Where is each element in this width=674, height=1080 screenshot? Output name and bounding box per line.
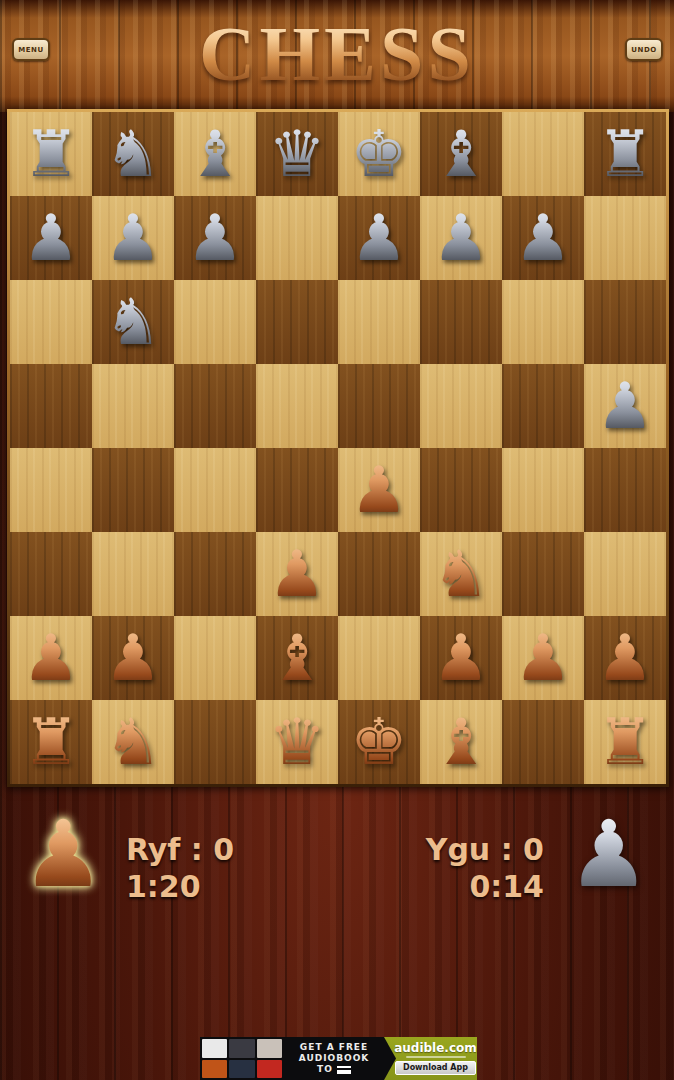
black-player-score: Ygu : 0 xyxy=(426,831,544,868)
square-a4[interactable] xyxy=(10,448,92,532)
square-d4[interactable] xyxy=(256,448,338,532)
white-king: ♚ xyxy=(350,700,407,784)
black-king: ♚ xyxy=(350,112,407,196)
square-f5[interactable] xyxy=(420,364,502,448)
square-g4[interactable] xyxy=(502,448,584,532)
book-cover-thumbnail xyxy=(202,1060,227,1079)
ad-line1: GET A FREE xyxy=(300,1042,368,1053)
square-g2[interactable]: ♟ xyxy=(502,616,584,700)
book-cover-thumbnail xyxy=(202,1039,227,1058)
square-b1[interactable]: ♞ xyxy=(92,700,174,784)
silver-pawn-icon: ♟ xyxy=(568,805,650,905)
chess-board: ♜♞♝♛♚♝♜♟♟♟♟♟♟♞♟♟♟♞♟♟♝♟♟♟♜♞♛♚♝♜ xyxy=(10,112,666,784)
ad-brand-panel: audible.com Download App xyxy=(384,1037,477,1080)
ad-banner[interactable]: GET A FREE AUDIOBOOK TO audible.com Down… xyxy=(200,1037,477,1080)
book-cover-thumbnail xyxy=(257,1039,282,1058)
square-b4[interactable] xyxy=(92,448,174,532)
square-e7[interactable]: ♟ xyxy=(338,196,420,280)
square-g7[interactable]: ♟ xyxy=(502,196,584,280)
white-pawn: ♟ xyxy=(350,448,407,532)
black-pawn: ♟ xyxy=(596,364,653,448)
square-f4[interactable] xyxy=(420,448,502,532)
ad-book-thumbnails xyxy=(200,1037,284,1080)
app-header: MENU CHESS UNDO xyxy=(0,0,674,112)
black-pawn: ♟ xyxy=(22,196,79,280)
download-app-button[interactable]: Download App xyxy=(395,1061,476,1075)
white-pawn: ♟ xyxy=(22,616,79,700)
ad-line2: AUDIOBOOK xyxy=(299,1053,370,1064)
square-h6[interactable] xyxy=(584,280,666,364)
square-d5[interactable] xyxy=(256,364,338,448)
black-knight: ♞ xyxy=(104,112,161,196)
square-h7[interactable] xyxy=(584,196,666,280)
ad-text: GET A FREE AUDIOBOOK TO xyxy=(284,1037,384,1080)
square-f8[interactable]: ♝ xyxy=(420,112,502,196)
square-c1[interactable] xyxy=(174,700,256,784)
square-h8[interactable]: ♜ xyxy=(584,112,666,196)
square-g6[interactable] xyxy=(502,280,584,364)
square-d8[interactable]: ♛ xyxy=(256,112,338,196)
player-area: ♟ Ryf : 0 1:20 Ygu : 0 0:14 ♟ xyxy=(0,787,674,947)
square-f6[interactable] xyxy=(420,280,502,364)
undo-button[interactable]: UNDO xyxy=(625,38,663,61)
app-title: CHESS xyxy=(0,8,674,100)
square-a2[interactable]: ♟ xyxy=(10,616,92,700)
square-f1[interactable]: ♝ xyxy=(420,700,502,784)
white-bishop: ♝ xyxy=(432,700,489,784)
black-bishop: ♝ xyxy=(432,112,489,196)
white-pawn: ♟ xyxy=(104,616,161,700)
white-knight: ♞ xyxy=(432,532,489,616)
white-bishop: ♝ xyxy=(268,616,325,700)
white-pawn: ♟ xyxy=(514,616,571,700)
square-a5[interactable] xyxy=(10,364,92,448)
book-cover-thumbnail xyxy=(229,1039,254,1058)
square-c2[interactable] xyxy=(174,616,256,700)
square-c4[interactable] xyxy=(174,448,256,532)
square-a1[interactable]: ♜ xyxy=(10,700,92,784)
square-h5[interactable]: ♟ xyxy=(584,364,666,448)
black-player-stats: Ygu : 0 0:14 xyxy=(426,831,544,905)
black-bishop: ♝ xyxy=(186,112,243,196)
square-c3[interactable] xyxy=(174,532,256,616)
book-cover-thumbnail xyxy=(229,1060,254,1079)
black-rook: ♜ xyxy=(596,112,653,196)
square-b5[interactable] xyxy=(92,364,174,448)
square-d3[interactable]: ♟ xyxy=(256,532,338,616)
white-rook: ♜ xyxy=(22,700,79,784)
ad-brand-name: audible.com xyxy=(394,1042,477,1054)
white-player-clock: 1:20 xyxy=(126,868,234,905)
white-pawn: ♟ xyxy=(432,616,489,700)
white-player-score: Ryf : 0 xyxy=(126,831,234,868)
square-e6[interactable] xyxy=(338,280,420,364)
square-e4[interactable]: ♟ xyxy=(338,448,420,532)
square-b6[interactable]: ♞ xyxy=(92,280,174,364)
black-player-clock: 0:14 xyxy=(426,868,544,905)
white-player-stats: Ryf : 0 1:20 xyxy=(126,831,234,905)
white-pawn: ♟ xyxy=(596,616,653,700)
square-d1[interactable]: ♛ xyxy=(256,700,338,784)
square-h1[interactable]: ♜ xyxy=(584,700,666,784)
square-f7[interactable]: ♟ xyxy=(420,196,502,280)
square-h3[interactable] xyxy=(584,532,666,616)
white-rook: ♜ xyxy=(596,700,653,784)
square-a8[interactable]: ♜ xyxy=(10,112,92,196)
black-pawn: ♟ xyxy=(432,196,489,280)
board-frame: ♜♞♝♛♚♝♜♟♟♟♟♟♟♞♟♟♟♞♟♟♝♟♟♟♜♞♛♚♝♜ xyxy=(7,109,669,787)
black-knight: ♞ xyxy=(104,280,161,364)
square-f3[interactable]: ♞ xyxy=(420,532,502,616)
square-a3[interactable] xyxy=(10,532,92,616)
square-h4[interactable] xyxy=(584,448,666,532)
black-pawn: ♟ xyxy=(104,196,161,280)
square-g8[interactable] xyxy=(502,112,584,196)
square-b3[interactable] xyxy=(92,532,174,616)
square-h2[interactable]: ♟ xyxy=(584,616,666,700)
square-c5[interactable] xyxy=(174,364,256,448)
square-b7[interactable]: ♟ xyxy=(92,196,174,280)
square-e8[interactable]: ♚ xyxy=(338,112,420,196)
black-rook: ♜ xyxy=(22,112,79,196)
square-e2[interactable] xyxy=(338,616,420,700)
square-f2[interactable]: ♟ xyxy=(420,616,502,700)
square-d6[interactable] xyxy=(256,280,338,364)
square-g5[interactable] xyxy=(502,364,584,448)
square-e3[interactable] xyxy=(338,532,420,616)
list-lines-icon xyxy=(337,1066,351,1074)
copper-pawn-icon: ♟ xyxy=(22,805,104,905)
black-pawn: ♟ xyxy=(350,196,407,280)
ad-brand-subtext xyxy=(406,1056,466,1058)
white-knight: ♞ xyxy=(104,700,161,784)
square-c7[interactable]: ♟ xyxy=(174,196,256,280)
square-d2[interactable]: ♝ xyxy=(256,616,338,700)
square-e1[interactable]: ♚ xyxy=(338,700,420,784)
square-b8[interactable]: ♞ xyxy=(92,112,174,196)
square-e5[interactable] xyxy=(338,364,420,448)
white-queen: ♛ xyxy=(268,700,325,784)
square-b2[interactable]: ♟ xyxy=(92,616,174,700)
black-queen: ♛ xyxy=(268,112,325,196)
square-d7[interactable] xyxy=(256,196,338,280)
square-c6[interactable] xyxy=(174,280,256,364)
black-pawn: ♟ xyxy=(186,196,243,280)
square-a7[interactable]: ♟ xyxy=(10,196,92,280)
black-pawn: ♟ xyxy=(514,196,571,280)
ad-line3: TO xyxy=(317,1064,351,1075)
square-a6[interactable] xyxy=(10,280,92,364)
white-pawn: ♟ xyxy=(268,532,325,616)
square-c8[interactable]: ♝ xyxy=(174,112,256,196)
book-cover-thumbnail xyxy=(257,1060,282,1079)
square-g3[interactable] xyxy=(502,532,584,616)
square-g1[interactable] xyxy=(502,700,584,784)
